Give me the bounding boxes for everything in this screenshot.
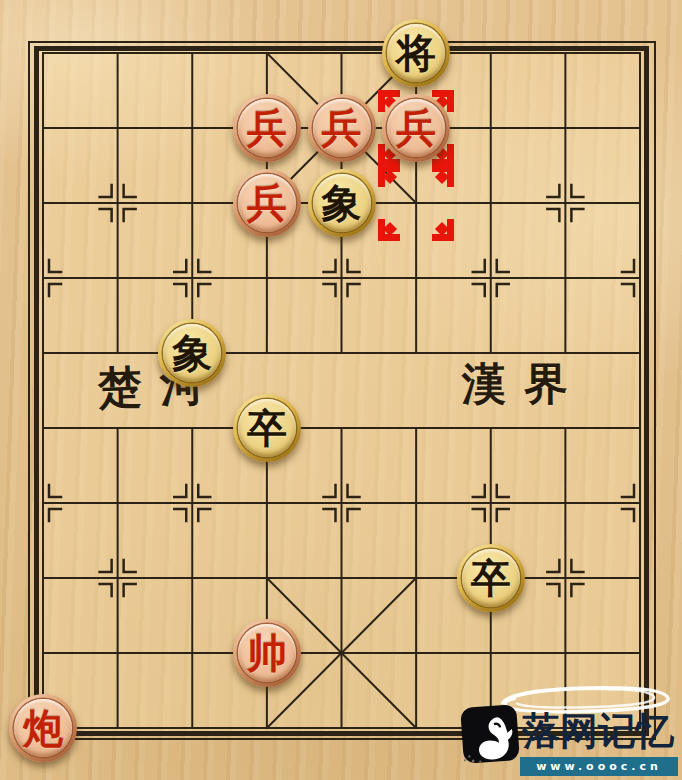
piece-character: 卒: [247, 408, 287, 448]
piece-character: 帅: [247, 633, 287, 673]
piece-black-general[interactable]: 将: [382, 19, 450, 87]
piece-character: 兵: [396, 108, 436, 148]
piece-red-soldier[interactable]: 兵: [382, 94, 450, 162]
piece-red-soldier[interactable]: 兵: [233, 169, 301, 237]
piece-character: 兵: [247, 108, 287, 148]
piece-face: 帅: [238, 624, 296, 682]
piece-face: 卒: [462, 549, 520, 607]
piece-character: 卒: [471, 558, 511, 598]
piece-character: 将: [396, 33, 436, 73]
piece-face: 兵: [313, 99, 371, 157]
xiangqi-app: 楚河 漢界 将兵兵兵兵象象卒卒帅炮 落网记忆 www.oooc.cn: [0, 0, 682, 780]
piece-black-soldier[interactable]: 卒: [233, 394, 301, 462]
piece-face: 兵: [238, 99, 296, 157]
piece-black-elephant[interactable]: 象: [308, 169, 376, 237]
piece-red-soldier[interactable]: 兵: [308, 94, 376, 162]
piece-character: 象: [172, 333, 212, 373]
piece-character: 兵: [322, 108, 362, 148]
piece-face: 象: [163, 324, 221, 382]
watermark-title: 落网记忆: [522, 709, 680, 755]
piece-red-general[interactable]: 帅: [233, 619, 301, 687]
piece-face: 兵: [387, 99, 445, 157]
piece-character: 象: [322, 183, 362, 223]
piece-face: 炮: [14, 699, 72, 757]
piece-red-cannon[interactable]: 炮: [9, 694, 77, 762]
piece-character: 炮: [23, 708, 63, 748]
watermark-url: www.oooc.cn: [536, 761, 662, 772]
piece-face: 兵: [238, 174, 296, 232]
piece-character: 兵: [247, 183, 287, 223]
piece-black-soldier[interactable]: 卒: [457, 544, 525, 612]
piece-black-elephant[interactable]: 象: [158, 319, 226, 387]
piece-face: 将: [387, 24, 445, 82]
piece-face: 卒: [238, 399, 296, 457]
piece-red-soldier[interactable]: 兵: [233, 94, 301, 162]
watermark-url-bar: www.oooc.cn: [520, 757, 678, 776]
river-label-right: 漢界: [462, 362, 586, 406]
piece-face: 象: [313, 174, 371, 232]
watermark-swan-icon: [460, 704, 520, 764]
